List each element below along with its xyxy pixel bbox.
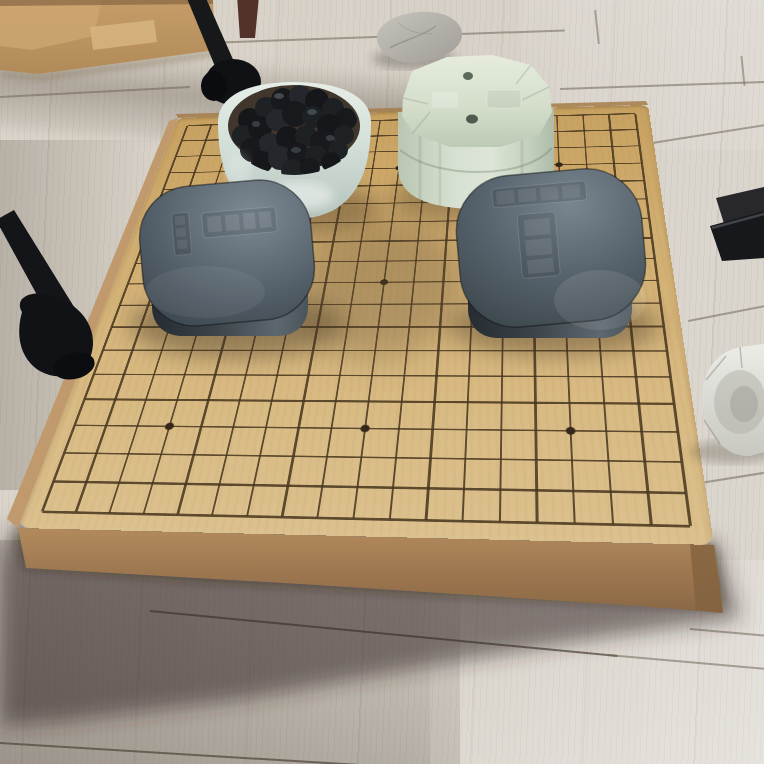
lid-embossing [487,90,521,108]
chair-leg-left [0,210,98,384]
gray-go-bowl-left[interactable] [135,176,319,336]
go-board-photo [0,0,764,764]
container-lid[interactable] [402,55,552,147]
lid-embossing [432,92,458,108]
dark-slabs [710,187,764,261]
white-faceted-dish [690,344,764,463]
gray-go-bowl-right[interactable] [452,164,651,338]
chair-wood-post [237,0,259,38]
scene-objects [0,0,764,764]
lid-hole [463,72,473,80]
cardboard-box [0,0,218,81]
lid-hole [466,115,478,124]
